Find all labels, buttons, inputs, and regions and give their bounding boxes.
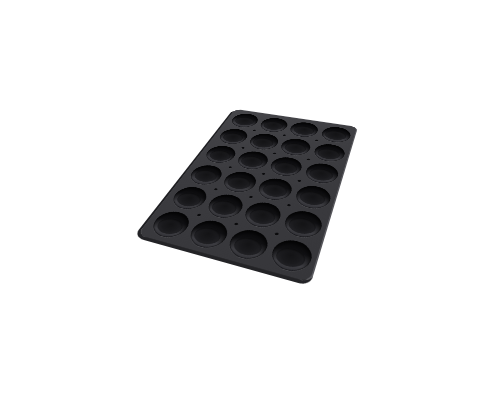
vent-hole (306, 158, 310, 160)
muffin-cavity (202, 144, 240, 165)
vent-hole (297, 180, 301, 183)
muffin-cavity (184, 218, 232, 252)
muffin-cavity (186, 163, 227, 187)
muffin-cavity (267, 237, 315, 275)
muffin-cavity (228, 112, 261, 128)
vent-hole (274, 232, 279, 235)
muffin-cavity (147, 209, 195, 241)
muffin-cavity (302, 161, 340, 185)
vent-hole (273, 152, 277, 154)
vent-hole (314, 139, 317, 141)
vent-hole (213, 188, 217, 191)
muffin-mold (137, 109, 358, 283)
vent-hole (241, 147, 245, 149)
muffin-cavity (203, 192, 247, 221)
muffin-cavity (168, 184, 212, 212)
vent-hole (283, 134, 286, 136)
muffin-cavity (246, 132, 281, 151)
muffin-cavity (311, 142, 346, 163)
muffin-cavity (278, 137, 313, 157)
vent-hole (249, 196, 253, 199)
product-photo (0, 0, 500, 400)
muffin-cavity (233, 150, 271, 172)
muffin-cavity (224, 227, 272, 263)
muffin-cavity (292, 183, 333, 211)
muffin-cavity (319, 125, 352, 144)
muffin-cavity (281, 208, 325, 241)
vent-hole (286, 204, 290, 207)
muffin-cavity (287, 121, 320, 139)
vent-hole (228, 166, 232, 168)
vent-hole (196, 213, 201, 216)
muffin-cavity (257, 116, 290, 133)
muffin-cavity (267, 155, 305, 178)
muffin-cavity (240, 200, 284, 231)
muffin-cavity (255, 176, 296, 203)
vent-hole (252, 130, 255, 132)
vent-hole (261, 173, 265, 175)
vent-hole (234, 222, 239, 225)
muffin-cavity (219, 169, 260, 194)
muffin-cavity (216, 127, 251, 146)
